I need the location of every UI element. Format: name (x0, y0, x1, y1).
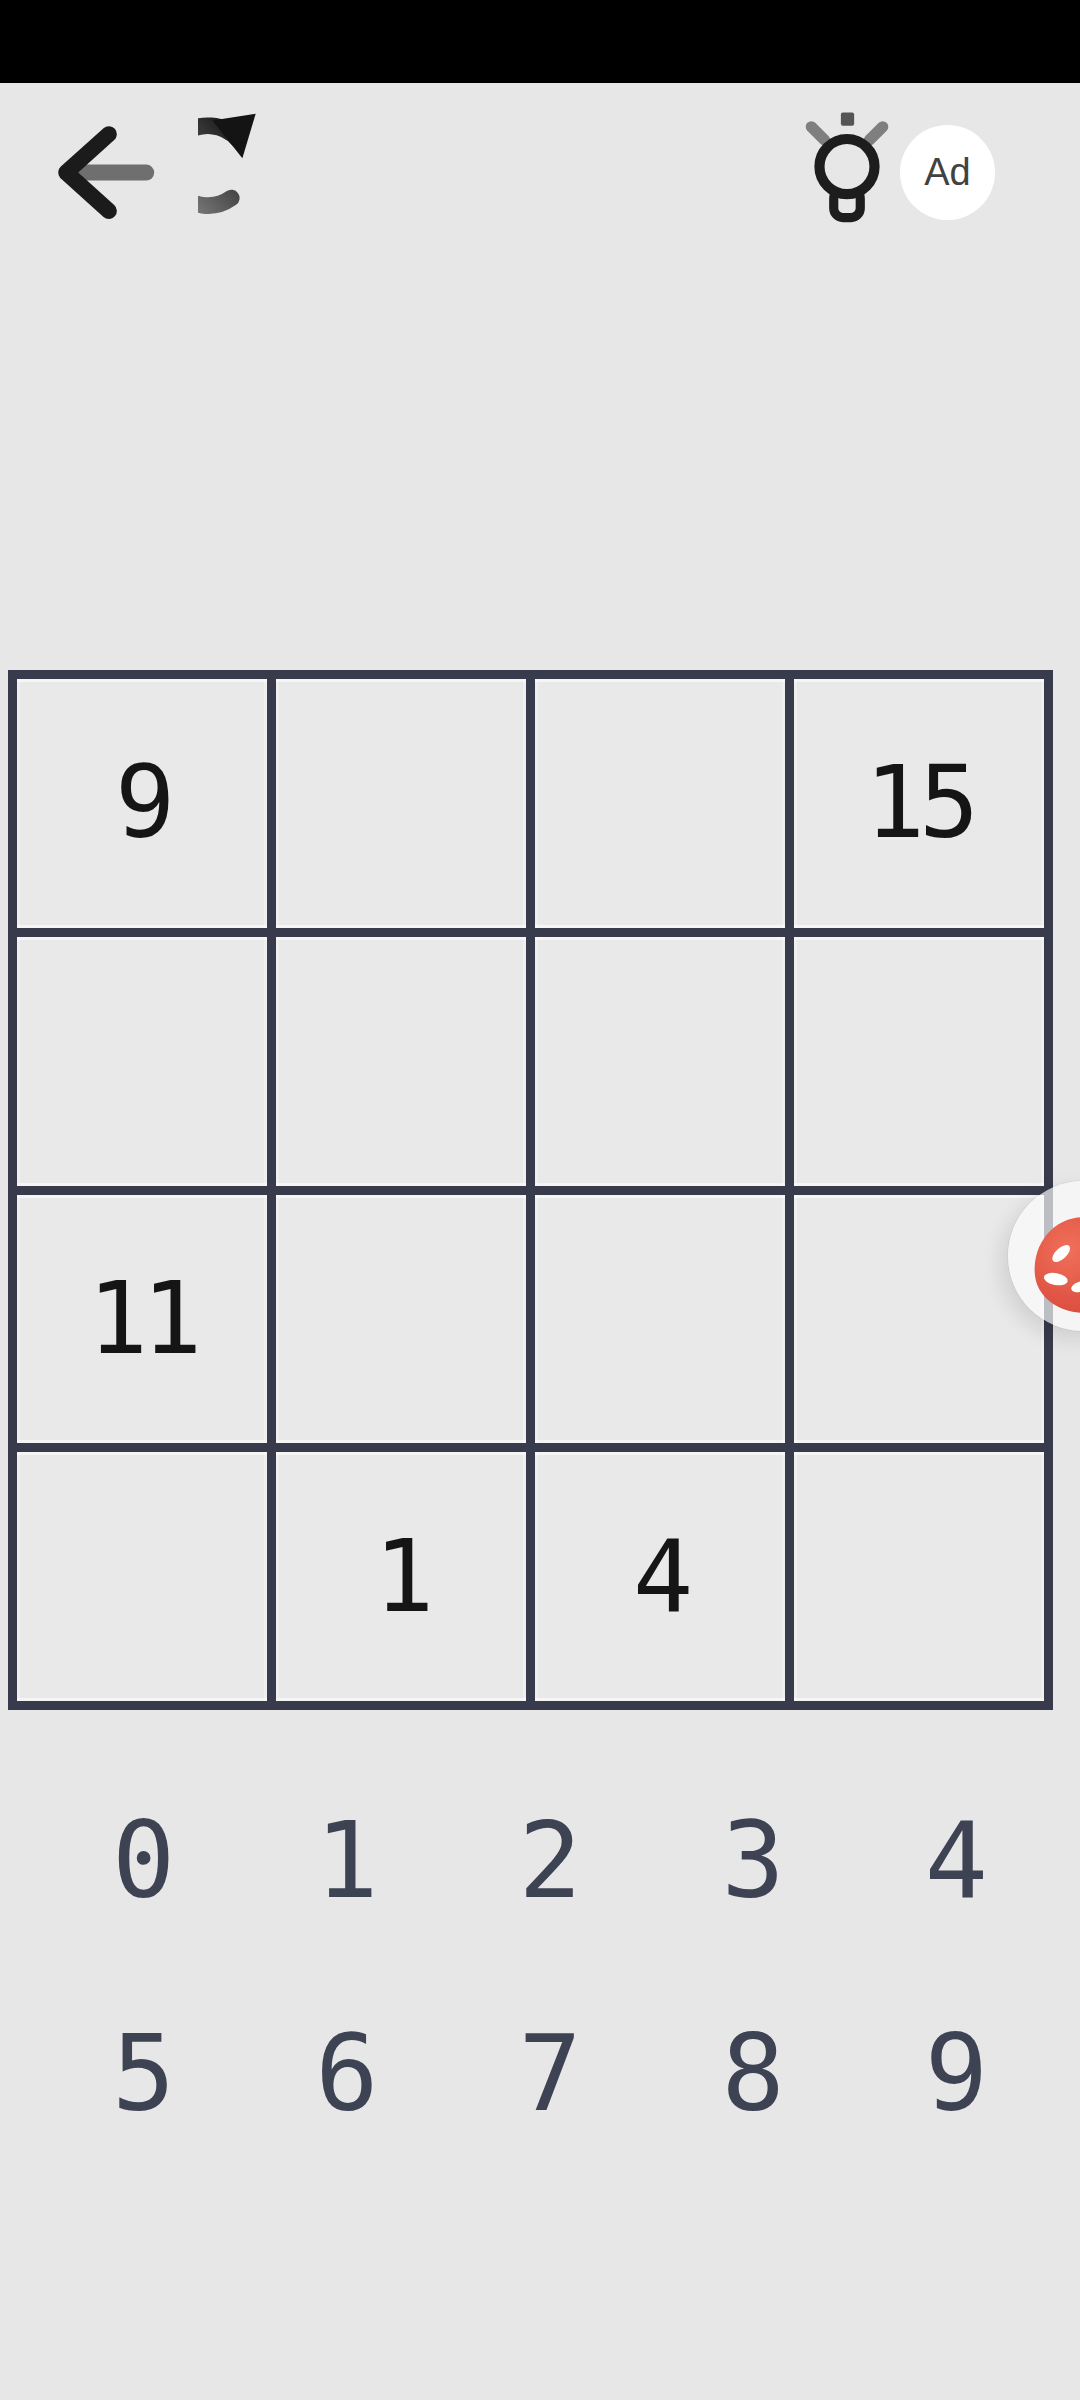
keypad-row-2: 56789 (42, 1968, 1058, 2181)
board-cell-r4c4[interactable] (794, 1452, 1044, 1701)
tomato-seed (1070, 1279, 1080, 1294)
keypad-row-1: 01234 (42, 1755, 1058, 1968)
keypad-key-1[interactable]: 1 (245, 1755, 448, 1968)
status-bar (0, 0, 1080, 83)
tomato-icon (1028, 1211, 1080, 1320)
board-cell-r3c3[interactable] (535, 1195, 785, 1444)
board-cell-r1c2[interactable] (276, 679, 526, 928)
board-cell-r1c3[interactable] (535, 679, 785, 928)
hint-button[interactable] (796, 104, 898, 224)
board-cell-r3c2[interactable] (276, 1195, 526, 1444)
board-cell-r3c1[interactable]: 11 (17, 1195, 267, 1444)
tomato-seed (1049, 1242, 1073, 1265)
keypad: 01234 56789 (42, 1755, 1058, 2181)
board-cell-r1c1[interactable]: 9 (17, 679, 267, 928)
keypad-key-9[interactable]: 9 (855, 1968, 1058, 2181)
keypad-key-5[interactable]: 5 (42, 1968, 245, 2181)
keypad-key-4[interactable]: 4 (855, 1755, 1058, 1968)
keypad-key-2[interactable]: 2 (448, 1755, 651, 1968)
board-cell-r2c1[interactable] (17, 937, 267, 1186)
keypad-key-8[interactable]: 8 (652, 1968, 855, 2181)
lightbulb-icon (796, 104, 898, 224)
keypad-key-7[interactable]: 7 (448, 1968, 651, 2181)
board-cell-r2c4[interactable] (794, 937, 1044, 1186)
ad-badge[interactable]: Ad (900, 125, 995, 220)
board-cell-r4c2[interactable]: 1 (276, 1452, 526, 1701)
undo-icon (198, 106, 320, 228)
keypad-key-3[interactable]: 3 (652, 1755, 855, 1968)
keypad-key-0[interactable]: 0 (42, 1755, 245, 1968)
app-screen: Ad 9151114 01234 56789 (0, 0, 1080, 2400)
back-arrow-icon (44, 116, 162, 228)
back-button[interactable] (44, 116, 162, 228)
tomato-seed (1043, 1271, 1069, 1287)
board-cell-r4c1[interactable] (17, 1452, 267, 1701)
undo-button[interactable] (198, 106, 320, 228)
board-cell-r3c4[interactable] (794, 1195, 1044, 1444)
board-cell-r1c4[interactable]: 15 (794, 679, 1044, 928)
board-cell-r4c3[interactable]: 4 (535, 1452, 785, 1701)
board: 9151114 (8, 670, 1053, 1710)
board-cell-r2c3[interactable] (535, 937, 785, 1186)
keypad-key-6[interactable]: 6 (245, 1968, 448, 2181)
board-cell-r2c2[interactable] (276, 937, 526, 1186)
